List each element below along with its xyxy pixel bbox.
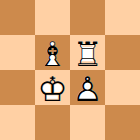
square-a2[interactable] (0, 70, 35, 105)
king-glyph-outline: ♔ (37, 72, 67, 106)
pawn-glyph-outline: ♙ (72, 72, 102, 106)
bishop-glyph-outline: ♗ (37, 37, 67, 71)
square-b1[interactable] (35, 105, 70, 140)
square-c1[interactable] (70, 105, 105, 140)
square-d2[interactable] (105, 70, 140, 105)
white-king-piece[interactable]: ♚♔ (35, 70, 70, 105)
square-b2[interactable]: ♚♔ (35, 70, 70, 105)
square-c4[interactable] (70, 0, 105, 35)
square-b3[interactable]: ♝♗ (35, 35, 70, 70)
chess-diagram: ♝♗♜♖♚♔♟♙ (0, 0, 140, 140)
square-b4[interactable] (35, 0, 70, 35)
square-d1[interactable] (105, 105, 140, 140)
chess-board: ♝♗♜♖♚♔♟♙ (0, 0, 140, 140)
square-a3[interactable] (0, 35, 35, 70)
square-c3[interactable]: ♜♖ (70, 35, 105, 70)
square-a4[interactable] (0, 0, 35, 35)
white-bishop-piece[interactable]: ♝♗ (35, 35, 70, 70)
square-a1[interactable] (0, 105, 35, 140)
square-c2[interactable]: ♟♙ (70, 70, 105, 105)
white-pawn-piece[interactable]: ♟♙ (70, 70, 105, 105)
white-rook-piece[interactable]: ♜♖ (70, 35, 105, 70)
square-d3[interactable] (105, 35, 140, 70)
rook-glyph-outline: ♖ (72, 37, 102, 71)
square-d4[interactable] (105, 0, 140, 35)
